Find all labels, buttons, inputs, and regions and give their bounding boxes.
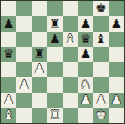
square-b5[interactable] xyxy=(16,47,31,62)
square-c5[interactable]: ♜ xyxy=(32,47,47,62)
square-e6[interactable]: ♝ xyxy=(63,32,78,47)
square-b8[interactable] xyxy=(16,1,31,16)
white-pawn-piece: ♟ xyxy=(18,78,29,91)
square-b1[interactable] xyxy=(16,108,31,123)
square-g4[interactable] xyxy=(93,62,108,77)
square-g6[interactable]: ♝ xyxy=(93,32,108,47)
square-g1[interactable]: ♚ xyxy=(93,108,108,123)
square-h1[interactable] xyxy=(109,108,124,123)
black-pawn-piece: ♟ xyxy=(80,48,91,61)
square-b7[interactable] xyxy=(16,16,31,31)
square-g7[interactable] xyxy=(93,16,108,31)
square-f8[interactable] xyxy=(78,1,93,16)
square-a8[interactable] xyxy=(1,1,16,16)
square-e1[interactable] xyxy=(63,108,78,123)
white-knight-piece: ♞ xyxy=(80,78,91,91)
white-pawn-piece: ♟ xyxy=(34,63,45,76)
square-a2[interactable]: ♟ xyxy=(1,93,16,108)
square-e3[interactable] xyxy=(63,77,78,92)
square-d1[interactable]: ♜ xyxy=(47,108,62,123)
square-f4[interactable] xyxy=(78,62,93,77)
black-pawn-piece: ♟ xyxy=(49,32,60,45)
white-bishop-piece: ♝ xyxy=(65,32,76,45)
square-d3[interactable] xyxy=(47,77,62,92)
square-c2[interactable] xyxy=(32,93,47,108)
square-h5[interactable] xyxy=(109,47,124,62)
square-g5[interactable] xyxy=(93,47,108,62)
square-d4[interactable] xyxy=(47,62,62,77)
square-h2[interactable]: ♟ xyxy=(109,93,124,108)
square-b6[interactable] xyxy=(16,32,31,47)
square-b4[interactable] xyxy=(16,62,31,77)
black-queen-piece: ♛ xyxy=(3,48,14,61)
white-pawn-piece: ♟ xyxy=(95,93,106,106)
square-h7[interactable]: ♟ xyxy=(109,16,124,31)
square-c4[interactable]: ♟ xyxy=(32,62,47,77)
square-a7[interactable]: ♟ xyxy=(1,16,16,31)
square-e4[interactable] xyxy=(63,62,78,77)
white-pawn-piece: ♟ xyxy=(3,93,14,106)
square-g2[interactable]: ♟ xyxy=(93,93,108,108)
white-bishop-piece: ♝ xyxy=(3,109,14,122)
square-c8[interactable] xyxy=(32,1,47,16)
square-e8[interactable] xyxy=(63,1,78,16)
square-d8[interactable] xyxy=(47,1,62,16)
square-a5[interactable]: ♛ xyxy=(1,47,16,62)
square-d7[interactable]: ♜ xyxy=(47,16,62,31)
white-pawn-piece: ♟ xyxy=(80,93,91,106)
white-king-piece: ♚ xyxy=(95,109,106,122)
square-c1[interactable] xyxy=(32,108,47,123)
square-b3[interactable]: ♟ xyxy=(16,77,31,92)
square-a4[interactable] xyxy=(1,62,16,77)
square-f7[interactable]: ♟ xyxy=(78,16,93,31)
square-d6[interactable]: ♟ xyxy=(47,32,62,47)
square-e7[interactable] xyxy=(63,16,78,31)
square-h8[interactable] xyxy=(109,1,124,16)
square-f2[interactable]: ♟ xyxy=(78,93,93,108)
square-f6[interactable]: ♛ xyxy=(78,32,93,47)
black-bishop-piece: ♝ xyxy=(95,32,106,45)
black-pawn-piece: ♟ xyxy=(3,17,14,30)
black-queen-piece: ♛ xyxy=(80,32,91,45)
square-f3[interactable]: ♞ xyxy=(78,77,93,92)
chess-board-frame: ♚♟♜♟♟♟♝♛♝♛♜♟♟♟♞♟♟♟♟♝♜♚ xyxy=(0,0,125,124)
square-d2[interactable] xyxy=(47,93,62,108)
black-pawn-piece: ♟ xyxy=(80,17,91,30)
square-b2[interactable] xyxy=(16,93,31,108)
white-rook-piece: ♜ xyxy=(49,109,60,122)
square-e5[interactable] xyxy=(63,47,78,62)
square-c3[interactable] xyxy=(32,77,47,92)
square-g8[interactable]: ♚ xyxy=(93,1,108,16)
square-a6[interactable] xyxy=(1,32,16,47)
square-a1[interactable]: ♝ xyxy=(1,108,16,123)
square-e2[interactable] xyxy=(63,93,78,108)
square-h6[interactable] xyxy=(109,32,124,47)
black-rook-piece: ♜ xyxy=(49,17,60,30)
square-f5[interactable]: ♟ xyxy=(78,47,93,62)
square-f1[interactable] xyxy=(78,108,93,123)
black-rook-piece: ♜ xyxy=(34,48,45,61)
black-king-piece: ♚ xyxy=(95,2,106,15)
square-a3[interactable] xyxy=(1,77,16,92)
white-pawn-piece: ♟ xyxy=(111,93,122,106)
square-h3[interactable] xyxy=(109,77,124,92)
square-d5[interactable] xyxy=(47,47,62,62)
square-h4[interactable] xyxy=(109,62,124,77)
chess-board: ♚♟♜♟♟♟♝♛♝♛♜♟♟♟♞♟♟♟♟♝♜♚ xyxy=(1,1,124,123)
square-g3[interactable] xyxy=(93,77,108,92)
black-pawn-piece: ♟ xyxy=(111,17,122,30)
square-c6[interactable] xyxy=(32,32,47,47)
square-c7[interactable] xyxy=(32,16,47,31)
